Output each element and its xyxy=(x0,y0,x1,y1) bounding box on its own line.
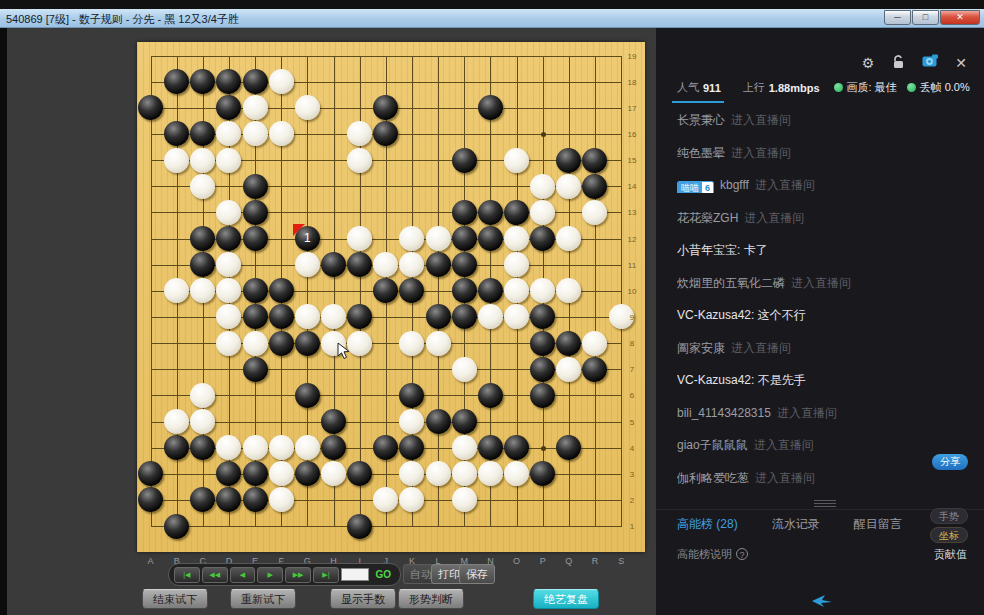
gesture-button[interactable]: 手势 xyxy=(930,508,968,524)
white-stone-F3 xyxy=(269,461,294,486)
share-button[interactable]: 分享 xyxy=(932,454,968,470)
enter-room-suffix: 进入直播间 xyxy=(744,211,804,225)
black-stone-M9 xyxy=(452,304,477,329)
chat-message: VC-Kazusa42: 不是先手 xyxy=(677,372,962,388)
black-stone-J4 xyxy=(373,435,398,460)
tab-notice[interactable]: 醒目留言 xyxy=(854,516,902,533)
row-label-3: 3 xyxy=(623,470,641,479)
black-stone-E13 xyxy=(243,200,268,225)
game-video-area: 119181716151413121110987654321 ABCDEFGHI… xyxy=(0,28,656,615)
black-stone-E3 xyxy=(243,461,268,486)
white-stone-R13 xyxy=(582,200,607,225)
window-title: 540869 [7级] - 数子规则 - 分先 - 黑 12又3/4子胜 xyxy=(6,12,239,27)
row-label-2: 2 xyxy=(623,496,641,505)
dropframe-status: 丢帧 0.0% xyxy=(907,80,970,95)
grid-line-v xyxy=(595,56,596,528)
black-stone-J16 xyxy=(373,121,398,146)
enter-room-suffix: 进入直播间 xyxy=(731,146,791,160)
chat-username[interactable]: kbgfff xyxy=(720,178,749,192)
black-stone-G6 xyxy=(295,383,320,408)
black-stone-G3 xyxy=(295,461,320,486)
white-stone-F4 xyxy=(269,435,294,460)
black-stone-G8 xyxy=(295,331,320,356)
chat-username[interactable]: 长景秉心 xyxy=(677,113,725,127)
white-stone-F2 xyxy=(269,487,294,512)
tab-flow-record[interactable]: 流水记录 xyxy=(772,516,820,533)
chat-username[interactable]: 花花燊ZGH xyxy=(677,211,738,225)
enter-message: 花花燊ZGH进入直播间 xyxy=(677,210,962,226)
grid-line-v xyxy=(621,56,622,528)
enter-message: 伽利略爱吃葱进入直播间 xyxy=(677,470,962,486)
uplink-value: 1.88mbps xyxy=(769,82,820,94)
row-label-16: 16 xyxy=(623,130,641,139)
white-stone-D10 xyxy=(216,278,241,303)
white-stone-Q10 xyxy=(556,278,581,303)
row-label-15: 15 xyxy=(623,156,641,165)
white-stone-O3 xyxy=(504,461,529,486)
grid-line-h xyxy=(151,526,623,527)
blue-arrow-icon xyxy=(811,594,833,612)
black-stone-B1 xyxy=(164,514,189,539)
white-stone-B10 xyxy=(164,278,189,303)
white-stone-D16 xyxy=(216,121,241,146)
white-stone-L8 xyxy=(426,331,451,356)
black-stone-E10 xyxy=(243,278,268,303)
enter-message: bili_41143428315进入直播间 xyxy=(677,405,962,421)
black-stone-P7 xyxy=(530,357,555,382)
enter-room-suffix: 进入直播间 xyxy=(755,178,815,192)
title-bar: 540869 [7级] - 数子规则 - 分先 - 黑 12又3/4子胜 ─ □… xyxy=(0,9,984,28)
enter-room-suffix: 进入直播间 xyxy=(755,471,815,485)
unlock-icon[interactable] xyxy=(890,54,908,72)
black-stone-F9 xyxy=(269,304,294,329)
maximize-button[interactable]: □ xyxy=(912,10,939,25)
live-chat-panel: ⚙ ✕ 人气 911 上行 1.88mbps 画质: 最佳 丢帧 0.0% 长景… xyxy=(656,28,984,615)
enter-room-suffix: 进入直播间 xyxy=(731,341,791,355)
white-stone-B15 xyxy=(164,148,189,173)
enter-room-suffix: 进入直播间 xyxy=(791,276,851,290)
white-stone-I16 xyxy=(347,121,372,146)
playback-button-3[interactable]: ▶ xyxy=(257,567,283,583)
white-stone-D9 xyxy=(216,304,241,329)
black-stone-D2 xyxy=(216,487,241,512)
row-label-10: 10 xyxy=(623,287,641,296)
white-stone-M4 xyxy=(452,435,477,460)
black-stone-Q8 xyxy=(556,331,581,356)
black-stone-E9 xyxy=(243,304,268,329)
black-stone-K6 xyxy=(399,383,424,408)
white-stone-K3 xyxy=(399,461,424,486)
white-stone-C10 xyxy=(190,278,215,303)
row-label-7: 7 xyxy=(623,365,641,374)
black-stone-P12 xyxy=(530,226,555,251)
white-stone-F18 xyxy=(269,69,294,94)
chat-username[interactable]: VC-Kazusa42: xyxy=(677,373,754,387)
col-label-P: P xyxy=(536,556,550,566)
black-stone-E18 xyxy=(243,69,268,94)
white-stone-G4 xyxy=(295,435,320,460)
playback-button-2[interactable]: ◀ xyxy=(230,567,256,583)
enter-room-suffix: 进入直播间 xyxy=(754,438,814,452)
black-stone-N6 xyxy=(478,383,503,408)
quality-status: 画质: 最佳 xyxy=(834,80,897,95)
black-stone-N13 xyxy=(478,200,503,225)
panel-close-icon[interactable]: ✕ xyxy=(952,54,970,72)
go-board-wrap: 119181716151413121110987654321 ABCDEFGHI… xyxy=(137,42,645,572)
black-stone-B16 xyxy=(164,121,189,146)
white-stone-P10 xyxy=(530,278,555,303)
white-stone-L3 xyxy=(426,461,451,486)
quality-green-dot xyxy=(834,83,843,92)
settings-gear-icon[interactable]: ⚙ xyxy=(859,54,877,72)
enter-message: 喵喵6kbgfff进入直播间 xyxy=(677,177,962,193)
white-stone-N3 xyxy=(478,461,503,486)
black-stone-I3 xyxy=(347,461,372,486)
camera-icon[interactable] xyxy=(921,54,939,72)
popularity-label: 人气 xyxy=(677,80,699,95)
white-stone-P14 xyxy=(530,174,555,199)
popularity-value: 911 xyxy=(703,82,721,94)
white-stone-E16 xyxy=(243,121,268,146)
row-label-1: 1 xyxy=(623,522,641,531)
enter-room-suffix: 进入直播间 xyxy=(731,113,791,127)
black-stone-H11 xyxy=(321,252,346,277)
black-stone-O13 xyxy=(504,200,529,225)
black-stone-P3 xyxy=(530,461,555,486)
black-stone-A3 xyxy=(138,461,163,486)
black-stone-E2 xyxy=(243,487,268,512)
rank-help[interactable]: 高能榜说明? xyxy=(677,547,967,562)
tab-rank-list[interactable]: 高能榜 (28) xyxy=(677,516,738,533)
chat-username[interactable]: bili_41143428315 xyxy=(677,406,771,420)
black-stone-C4 xyxy=(190,435,215,460)
row-label-14: 14 xyxy=(623,182,641,191)
ai-replay-button[interactable]: 绝艺复盘 xyxy=(533,589,599,609)
black-stone-P9 xyxy=(530,304,555,329)
black-stone-N10 xyxy=(478,278,503,303)
playback-button-5[interactable]: ▶| xyxy=(313,567,339,583)
enter-message: 阖家安康进入直播间 xyxy=(677,340,962,356)
enter-room-suffix: 进入直播间 xyxy=(777,406,837,420)
black-stone-A17 xyxy=(138,95,163,120)
uplink-label: 上行 xyxy=(743,80,765,95)
black-stone-D18 xyxy=(216,69,241,94)
row-label-5: 5 xyxy=(623,418,641,427)
white-stone-E8 xyxy=(243,331,268,356)
white-stone-P13 xyxy=(530,200,555,225)
white-stone-O12 xyxy=(504,226,529,251)
row-label-19: 19 xyxy=(623,52,641,61)
black-stone-N4 xyxy=(478,435,503,460)
fan-medal-badge: 喵喵6 xyxy=(677,181,714,193)
white-stone-M7 xyxy=(452,357,477,382)
black-stone-I9 xyxy=(347,304,372,329)
go-button[interactable]: GO xyxy=(371,569,395,580)
last-move-red-marker xyxy=(293,224,305,236)
black-stone-D17 xyxy=(216,95,241,120)
black-stone-F10 xyxy=(269,278,294,303)
playback-controls: |◀◀◀◀▶▶▶▶|GO xyxy=(168,563,401,586)
col-label-Q: Q xyxy=(562,556,576,566)
save-button[interactable]: 保存 xyxy=(459,564,495,584)
playback-button-1[interactable]: ◀◀ xyxy=(202,567,228,583)
black-stone-J10 xyxy=(373,278,398,303)
help-question-icon[interactable]: ? xyxy=(736,548,748,560)
white-stone-M3 xyxy=(452,461,477,486)
black-stone-O4 xyxy=(504,435,529,460)
white-stone-O10 xyxy=(504,278,529,303)
row-label-6: 6 xyxy=(623,391,641,400)
minimize-button[interactable]: ─ xyxy=(884,10,911,25)
black-stone-B4 xyxy=(164,435,189,460)
go-board[interactable]: 119181716151413121110987654321 xyxy=(137,42,645,552)
black-stone-M12 xyxy=(452,226,477,251)
col-label-S: S xyxy=(614,556,628,566)
show-moves-button[interactable]: 显示手数 xyxy=(330,589,396,609)
chat-text: 这个不行 xyxy=(754,308,805,322)
panel-icon-row: ⚙ ✕ xyxy=(859,54,970,72)
black-stone-M11 xyxy=(452,252,477,277)
popularity-tab-underline xyxy=(672,101,724,103)
chat-username[interactable]: VC-Kazusa42: xyxy=(677,308,754,322)
chat-message: 小昔年宝宝: 卡了 xyxy=(677,242,962,258)
chat-message: VC-Kazusa42: 这个不行 xyxy=(677,307,962,323)
black-stone-E14 xyxy=(243,174,268,199)
chat-username[interactable]: 炊烟里的五氧化二磷 xyxy=(677,276,785,290)
white-stone-K5 xyxy=(399,409,424,434)
black-stone-N12 xyxy=(478,226,503,251)
left-edge-strip xyxy=(0,28,7,615)
white-stone-J2 xyxy=(373,487,398,512)
white-stone-C5 xyxy=(190,409,215,434)
grid-line-h xyxy=(151,422,623,423)
black-stone-C16 xyxy=(190,121,215,146)
white-stone-H9 xyxy=(321,304,346,329)
white-stone-K2 xyxy=(399,487,424,512)
row-label-18: 18 xyxy=(623,78,641,87)
black-stone-Q15 xyxy=(556,148,581,173)
medal-level: 6 xyxy=(702,182,713,193)
col-label-R: R xyxy=(588,556,602,566)
white-stone-I15 xyxy=(347,148,372,173)
white-stone-D4 xyxy=(216,435,241,460)
dropframe-green-dot xyxy=(907,83,916,92)
close-button[interactable]: ✕ xyxy=(940,10,980,25)
black-stone-R15 xyxy=(582,148,607,173)
row-label-12: 12 xyxy=(623,235,641,244)
black-stone-G12: 1 xyxy=(295,226,320,251)
contribution-label: 贡献值 xyxy=(934,547,967,562)
white-stone-Q12 xyxy=(556,226,581,251)
enter-message: 炊烟里的五氧化二磷进入直播间 xyxy=(677,275,962,291)
row-label-8: 8 xyxy=(623,339,641,348)
chat-username[interactable]: 小昔年宝宝: xyxy=(677,243,740,257)
white-stone-E4 xyxy=(243,435,268,460)
black-stone-M10 xyxy=(452,278,477,303)
playback-button-0[interactable]: |◀ xyxy=(174,567,200,583)
enter-message: 纯色墨晕进入直播间 xyxy=(677,145,962,161)
white-stone-I12 xyxy=(347,226,372,251)
enter-message: giao子鼠鼠鼠进入直播间 xyxy=(677,437,962,453)
black-stone-D3 xyxy=(216,461,241,486)
white-stone-K8 xyxy=(399,331,424,356)
black-stone-R14 xyxy=(582,174,607,199)
black-stone-C12 xyxy=(190,226,215,251)
white-stone-L12 xyxy=(426,226,451,251)
white-stone-M2 xyxy=(452,487,477,512)
row-label-17: 17 xyxy=(623,104,641,113)
black-stone-L11 xyxy=(426,252,451,277)
black-stone-A2 xyxy=(138,487,163,512)
white-stone-Q14 xyxy=(556,174,581,199)
black-stone-P6 xyxy=(530,383,555,408)
panel-tabs: 高能榜 (28) 流水记录 醒目留言 xyxy=(677,516,902,533)
app-window: 540869 [7级] - 数子规则 - 分先 - 黑 12又3/4子胜 ─ □… xyxy=(0,0,984,615)
enter-message: 长景秉心进入直播间 xyxy=(677,112,962,128)
mouse-cursor xyxy=(337,342,351,364)
black-stone-M5 xyxy=(452,409,477,434)
row-label-4: 4 xyxy=(623,444,641,453)
row-label-11: 11 xyxy=(623,261,641,270)
white-stone-J11 xyxy=(373,252,398,277)
black-stone-E7 xyxy=(243,357,268,382)
white-stone-R8 xyxy=(582,331,607,356)
restart-trial-button[interactable]: 重新试下 xyxy=(230,589,296,609)
white-stone-K12 xyxy=(399,226,424,251)
panel-drag-handle[interactable] xyxy=(814,500,836,507)
chat-username[interactable]: 阖家安康 xyxy=(677,341,725,355)
black-stone-N17 xyxy=(478,95,503,120)
move-number-input[interactable] xyxy=(341,568,370,581)
stream-stats: 人气 911 上行 1.88mbps 画质: 最佳 丢帧 0.0% xyxy=(677,80,973,95)
end-trial-button[interactable]: 结束试下 xyxy=(142,589,208,609)
black-stone-C2 xyxy=(190,487,215,512)
playback-button-4[interactable]: ▶▶ xyxy=(285,567,311,583)
chat-username[interactable]: 纯色墨晕 xyxy=(677,146,725,160)
black-stone-M15 xyxy=(452,148,477,173)
white-stone-K11 xyxy=(399,252,424,277)
white-stone-O15 xyxy=(504,148,529,173)
white-stone-D11 xyxy=(216,252,241,277)
white-stone-Q7 xyxy=(556,357,581,382)
black-stone-L5 xyxy=(426,409,451,434)
black-stone-H4 xyxy=(321,435,346,460)
chat-text: 卡了 xyxy=(740,243,767,257)
white-stone-C15 xyxy=(190,148,215,173)
black-stone-R7 xyxy=(582,357,607,382)
white-stone-C6 xyxy=(190,383,215,408)
white-stone-B5 xyxy=(164,409,189,434)
white-stone-G9 xyxy=(295,304,320,329)
white-stone-O9 xyxy=(504,304,529,329)
white-stone-G17 xyxy=(295,95,320,120)
col-label-A: A xyxy=(144,556,158,566)
white-stone-E17 xyxy=(243,95,268,120)
chat-username[interactable]: giao子鼠鼠鼠 xyxy=(677,438,748,452)
chat-username[interactable]: 伽利略爱吃葱 xyxy=(677,471,749,485)
black-stone-L9 xyxy=(426,304,451,329)
grid-line-v xyxy=(438,56,439,528)
coords-button[interactable]: 坐标 xyxy=(930,527,968,543)
white-stone-G11 xyxy=(295,252,320,277)
black-stone-D12 xyxy=(216,226,241,251)
star-point xyxy=(541,132,546,137)
black-stone-I1 xyxy=(347,514,372,539)
black-stone-K10 xyxy=(399,278,424,303)
black-stone-E12 xyxy=(243,226,268,251)
black-stone-C11 xyxy=(190,252,215,277)
white-stone-D13 xyxy=(216,200,241,225)
black-stone-F8 xyxy=(269,331,294,356)
black-stone-K4 xyxy=(399,435,424,460)
white-stone-H3 xyxy=(321,461,346,486)
black-stone-P8 xyxy=(530,331,555,356)
col-label-O: O xyxy=(510,556,524,566)
white-stone-N9 xyxy=(478,304,503,329)
medal-name: 喵喵 xyxy=(678,182,702,193)
row-label-13: 13 xyxy=(623,208,641,217)
black-stone-H5 xyxy=(321,409,346,434)
white-stone-O11 xyxy=(504,252,529,277)
white-stone-F16 xyxy=(269,121,294,146)
black-stone-J17 xyxy=(373,95,398,120)
white-stone-D8 xyxy=(216,331,241,356)
star-point xyxy=(541,446,546,451)
black-stone-I11 xyxy=(347,252,372,277)
white-stone-C14 xyxy=(190,174,215,199)
row-label-9: 9 xyxy=(623,313,641,322)
judge-button[interactable]: 形势判断 xyxy=(398,589,464,609)
chat-text: 不是先手 xyxy=(754,373,805,387)
black-stone-M13 xyxy=(452,200,477,225)
black-stone-C18 xyxy=(190,69,215,94)
white-stone-D15 xyxy=(216,148,241,173)
black-stone-B18 xyxy=(164,69,189,94)
black-stone-Q4 xyxy=(556,435,581,460)
